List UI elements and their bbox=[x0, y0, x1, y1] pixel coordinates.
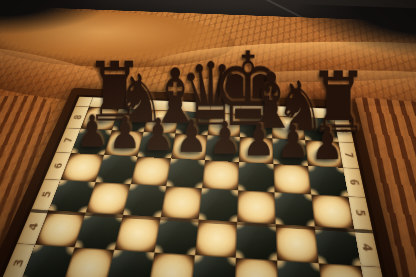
square-d4 bbox=[154, 217, 198, 255]
square-g7: ♟ bbox=[272, 139, 308, 166]
piece-black-pawn-a7: ♟ bbox=[76, 113, 103, 148]
piece-black-pawn-b7: ♟ bbox=[109, 115, 136, 151]
square-h7: ♟ bbox=[305, 140, 343, 167]
square-g6 bbox=[273, 164, 311, 194]
piece-black-pawn-c7: ♟ bbox=[142, 117, 169, 153]
scene-3d: 8♜♞♝♛♚♝♞♜87♟♟♟♟♟♟♟♟7665544332211 bbox=[0, 0, 416, 277]
piece-black-pawn-e7: ♟ bbox=[209, 120, 236, 156]
square-c7: ♟ bbox=[138, 132, 176, 158]
piece-black-pawn-d7: ♟ bbox=[175, 118, 202, 154]
piece-black-pawn-f7: ♟ bbox=[243, 122, 270, 158]
photo-stage: 8♜♞♝♛♚♝♞♜87♟♟♟♟♟♟♟♟7665544332211 bbox=[0, 0, 416, 277]
square-h6 bbox=[308, 166, 348, 197]
frame-edge-shadow-left bbox=[0, 0, 110, 39]
piece-black-pawn-g7: ♟ bbox=[277, 123, 304, 159]
piece-black-pawn-h7: ♟ bbox=[311, 125, 338, 161]
carved-wood-frame: 8♜♞♝♛♚♝♞♜87♟♟♟♟♟♟♟♟7665544332211 bbox=[0, 5, 416, 277]
